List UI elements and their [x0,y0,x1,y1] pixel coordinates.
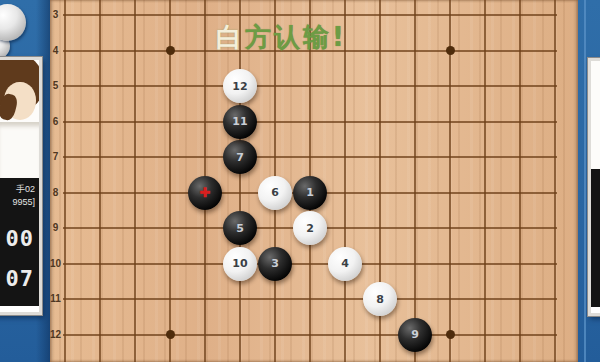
result-banner-white-char: 白 [216,22,245,52]
move-number: 4 [341,257,349,270]
row-label: 8 [47,188,64,198]
white-stone-12: 12 [223,69,257,103]
white-stone-2: 2 [293,211,327,245]
row-label: 9 [47,223,64,233]
black-stone-5: 5 [223,211,257,245]
grid-vline [519,0,521,362]
move-number: 6 [271,186,279,199]
grid-hline [63,298,557,300]
white-stone-ball-icon [0,4,26,41]
left-player-id: 9955] [12,197,35,207]
left-player-info: 手02 9955] 00 07 [0,178,39,306]
move-number: 1 [306,186,314,199]
row-label: 7 [47,152,64,162]
row-label: 12 [47,330,64,340]
white-stone-8: 8 [363,282,397,316]
move-number: 3 [271,257,279,270]
left-player-avatar [0,60,39,178]
white-stone-6: 6 [258,176,292,210]
row-label: 4 [47,46,64,56]
grid-hline [63,334,557,336]
background-line [584,0,586,362]
row-label: 6 [47,117,64,127]
gomoku-game-screen: 3456789101112123456789101112✚ 白方认输! 手02 … [0,0,600,362]
white-stone-4: 4 [328,247,362,281]
last-move-cross-icon: ✚ [200,186,211,199]
move-number: 12 [232,80,247,93]
star-point [166,46,175,55]
result-banner: 白方认输! [216,20,347,55]
avatar-shirt [0,122,39,178]
black-stone-13: ✚ [188,176,222,210]
black-stone-7: 7 [223,140,257,174]
move-number: 2 [306,222,314,235]
row-label: 11 [47,294,64,304]
grid-vline [64,0,66,362]
grid-vline [414,0,416,362]
left-player-clock-main: 00 [0,226,39,251]
right-player-panel [588,58,600,316]
grid-hline [63,14,557,16]
left-player-clock-sub: 07 [0,266,39,291]
move-number: 10 [232,257,247,270]
grid-hline [63,156,557,158]
row-label: 5 [47,81,64,91]
black-stone-3: 3 [258,247,292,281]
star-point [446,46,455,55]
move-number: 11 [232,115,247,128]
row-label: 10 [47,259,64,269]
left-player-name: 手02 [16,183,35,196]
black-stone-11: 11 [223,105,257,139]
black-stone-9: 9 [398,318,432,352]
grid-vline [554,0,556,362]
move-number: 7 [236,151,244,164]
grid-hline [63,85,557,87]
right-player-info [591,169,600,307]
grid-hline [63,263,557,265]
star-point [446,330,455,339]
grid-hline [63,121,557,123]
move-number: 5 [236,222,244,235]
move-number: 8 [376,293,384,306]
star-point [166,330,175,339]
left-player-panel: 手02 9955] 00 07 [0,57,42,315]
row-label: 3 [47,10,64,20]
grid-vline [484,0,486,362]
grid-vline [99,0,101,362]
white-stone-10: 10 [223,247,257,281]
right-player-avatar [591,61,600,169]
result-banner-green-text: 方认输! [245,22,347,52]
move-number: 9 [411,328,419,341]
grid-vline [134,0,136,362]
black-stone-1: 1 [293,176,327,210]
